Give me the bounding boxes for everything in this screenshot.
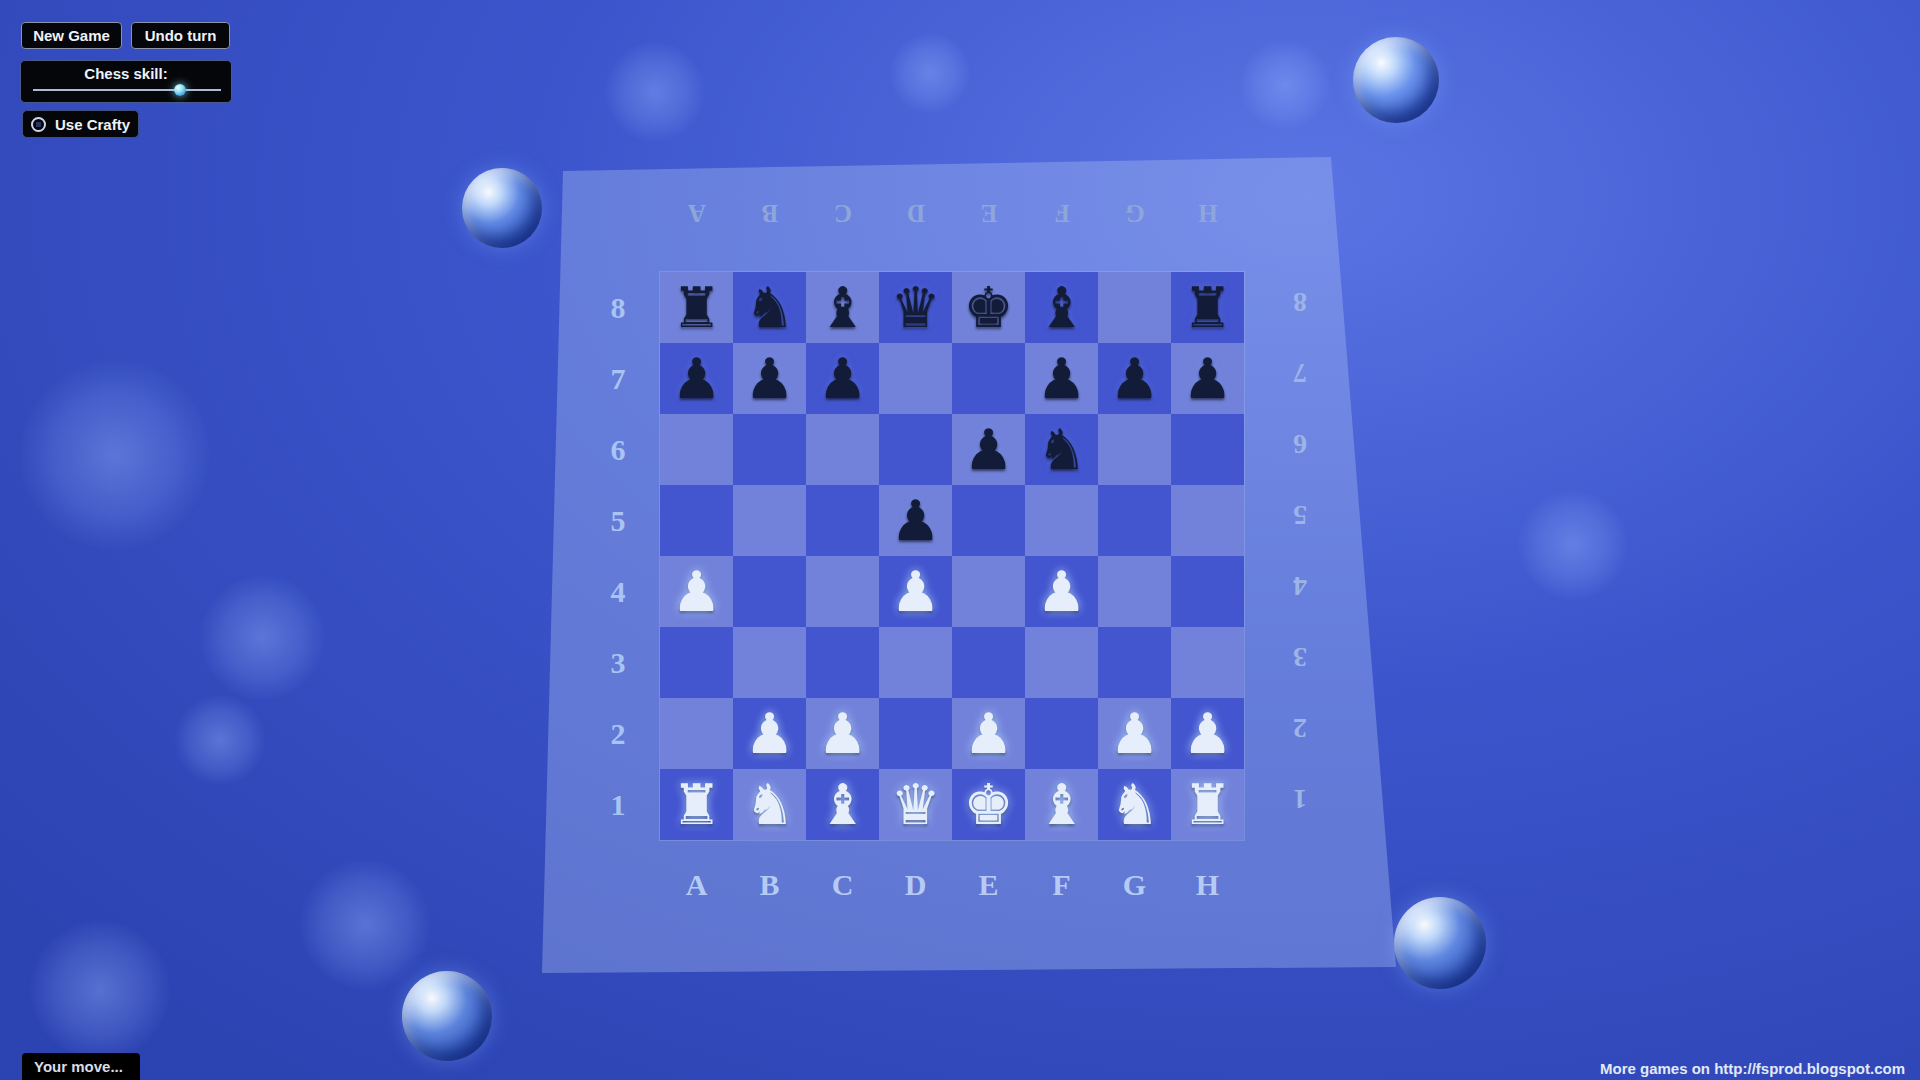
square-a5[interactable] [660, 485, 733, 556]
piece-black-rook[interactable]: ♜ [660, 272, 733, 343]
piece-black-pawn[interactable]: ♟ [952, 414, 1025, 485]
square-g8[interactable] [1098, 272, 1171, 343]
chess-skill-label: Chess skill: [21, 65, 231, 82]
bokeh-glow [20, 360, 210, 550]
square-h4[interactable] [1171, 556, 1244, 627]
square-f2[interactable] [1025, 698, 1098, 769]
square-b1[interactable]: ♞ [733, 769, 806, 840]
piece-black-king[interactable]: ♚ [952, 272, 1025, 343]
square-e6[interactable]: ♟ [952, 414, 1025, 485]
piece-white-bishop[interactable]: ♝ [806, 769, 879, 840]
square-d7[interactable] [879, 343, 952, 414]
bokeh-glow [605, 42, 705, 142]
square-h2[interactable]: ♟ [1171, 698, 1244, 769]
square-h6[interactable] [1171, 414, 1244, 485]
piece-black-pawn[interactable]: ♟ [1171, 343, 1244, 414]
square-f8[interactable]: ♝ [1025, 272, 1098, 343]
square-e8[interactable]: ♚ [952, 272, 1025, 343]
piece-white-rook[interactable]: ♜ [660, 769, 733, 840]
square-b3[interactable] [733, 627, 806, 698]
square-a2[interactable] [660, 698, 733, 769]
square-c3[interactable] [806, 627, 879, 698]
piece-black-pawn[interactable]: ♟ [879, 485, 952, 556]
piece-white-pawn[interactable]: ♟ [733, 698, 806, 769]
piece-white-pawn[interactable]: ♟ [952, 698, 1025, 769]
square-c4[interactable] [806, 556, 879, 627]
piece-white-pawn[interactable]: ♟ [1171, 698, 1244, 769]
piece-white-bishop[interactable]: ♝ [1025, 769, 1098, 840]
piece-white-pawn[interactable]: ♟ [1098, 698, 1171, 769]
square-h5[interactable] [1171, 485, 1244, 556]
square-a6[interactable] [660, 414, 733, 485]
piece-white-pawn[interactable]: ♟ [1025, 556, 1098, 627]
square-d1[interactable]: ♛ [879, 769, 952, 840]
use-crafty-button[interactable]: Use Crafty [22, 110, 139, 138]
status-bar: Your move... [22, 1053, 140, 1080]
square-h3[interactable] [1171, 627, 1244, 698]
piece-black-queen[interactable]: ♛ [879, 272, 952, 343]
piece-white-rook[interactable]: ♜ [1171, 769, 1244, 840]
square-g4[interactable] [1098, 556, 1171, 627]
square-g6[interactable] [1098, 414, 1171, 485]
promo-link[interactable]: More games on http://fsprod.blogspot.com [1600, 1060, 1905, 1077]
bokeh-glow [175, 695, 265, 785]
square-a3[interactable] [660, 627, 733, 698]
square-b6[interactable] [733, 414, 806, 485]
square-d6[interactable] [879, 414, 952, 485]
crafty-toggle-icon-square [36, 122, 41, 127]
square-e5[interactable] [952, 485, 1025, 556]
square-b5[interactable] [733, 485, 806, 556]
square-a7[interactable]: ♟ [660, 343, 733, 414]
piece-white-knight[interactable]: ♞ [1098, 769, 1171, 840]
new-game-button[interactable]: New Game [21, 22, 122, 49]
square-c2[interactable]: ♟ [806, 698, 879, 769]
chess-skill-slider[interactable] [33, 89, 221, 91]
status-message: Your move... [34, 1058, 123, 1075]
square-f3[interactable] [1025, 627, 1098, 698]
bokeh-glow [300, 860, 430, 990]
square-c5[interactable] [806, 485, 879, 556]
square-a4[interactable]: ♟ [660, 556, 733, 627]
square-h7[interactable]: ♟ [1171, 343, 1244, 414]
bokeh-glow [1240, 40, 1330, 130]
glass-bubble [1353, 37, 1439, 123]
piece-black-knight[interactable]: ♞ [1025, 414, 1098, 485]
glass-bubble [462, 168, 542, 248]
square-f7[interactable]: ♟ [1025, 343, 1098, 414]
chess-skill-slider-thumb[interactable] [174, 84, 186, 96]
piece-white-pawn[interactable]: ♟ [806, 698, 879, 769]
piece-black-rook[interactable]: ♜ [1171, 272, 1244, 343]
bokeh-glow [1518, 490, 1628, 600]
piece-black-pawn[interactable]: ♟ [1098, 343, 1171, 414]
piece-black-bishop[interactable]: ♝ [1025, 272, 1098, 343]
square-d8[interactable]: ♛ [879, 272, 952, 343]
chess-skill-panel: Chess skill: [20, 60, 232, 103]
square-f1[interactable]: ♝ [1025, 769, 1098, 840]
square-c1[interactable]: ♝ [806, 769, 879, 840]
square-h8[interactable]: ♜ [1171, 272, 1244, 343]
piece-white-king[interactable]: ♚ [952, 769, 1025, 840]
bokeh-glow [30, 920, 170, 1060]
bokeh-glow [890, 33, 970, 113]
square-e4[interactable] [952, 556, 1025, 627]
piece-black-pawn[interactable]: ♟ [660, 343, 733, 414]
square-g7[interactable]: ♟ [1098, 343, 1171, 414]
square-g1[interactable]: ♞ [1098, 769, 1171, 840]
board-grid: ♜♞♝♛♚♝♜♟♟♟♟♟♟♟♞♟♟♟♟♟♟♟♟♟♜♞♝♛♚♝♞♜ [660, 272, 1244, 840]
square-b2[interactable]: ♟ [733, 698, 806, 769]
piece-black-bishop[interactable]: ♝ [806, 272, 879, 343]
square-b4[interactable] [733, 556, 806, 627]
crafty-toggle-icon [31, 117, 46, 132]
square-a1[interactable]: ♜ [660, 769, 733, 840]
square-d4[interactable]: ♟ [879, 556, 952, 627]
square-h1[interactable]: ♜ [1171, 769, 1244, 840]
square-f4[interactable]: ♟ [1025, 556, 1098, 627]
square-e3[interactable] [952, 627, 1025, 698]
bokeh-glow [200, 575, 325, 700]
piece-black-knight[interactable]: ♞ [733, 272, 806, 343]
square-d2[interactable] [879, 698, 952, 769]
square-g3[interactable] [1098, 627, 1171, 698]
undo-turn-button[interactable]: Undo turn [131, 22, 230, 49]
square-g5[interactable] [1098, 485, 1171, 556]
square-c6[interactable] [806, 414, 879, 485]
piece-white-queen[interactable]: ♛ [879, 769, 952, 840]
square-e2[interactable]: ♟ [952, 698, 1025, 769]
square-b8[interactable]: ♞ [733, 272, 806, 343]
square-a8[interactable]: ♜ [660, 272, 733, 343]
square-f5[interactable] [1025, 485, 1098, 556]
square-e7[interactable] [952, 343, 1025, 414]
square-d5[interactable]: ♟ [879, 485, 952, 556]
square-e1[interactable]: ♚ [952, 769, 1025, 840]
glass-bubble [1394, 897, 1486, 989]
glass-bubble [402, 971, 492, 1061]
piece-white-knight[interactable]: ♞ [733, 769, 806, 840]
piece-black-pawn[interactable]: ♟ [733, 343, 806, 414]
piece-white-pawn[interactable]: ♟ [879, 556, 952, 627]
square-d3[interactable] [879, 627, 952, 698]
piece-black-pawn[interactable]: ♟ [1025, 343, 1098, 414]
use-crafty-label: Use Crafty [55, 116, 130, 133]
piece-white-pawn[interactable]: ♟ [660, 556, 733, 627]
square-f6[interactable]: ♞ [1025, 414, 1098, 485]
square-c7[interactable]: ♟ [806, 343, 879, 414]
square-c8[interactable]: ♝ [806, 272, 879, 343]
square-g2[interactable]: ♟ [1098, 698, 1171, 769]
piece-black-pawn[interactable]: ♟ [806, 343, 879, 414]
square-b7[interactable]: ♟ [733, 343, 806, 414]
